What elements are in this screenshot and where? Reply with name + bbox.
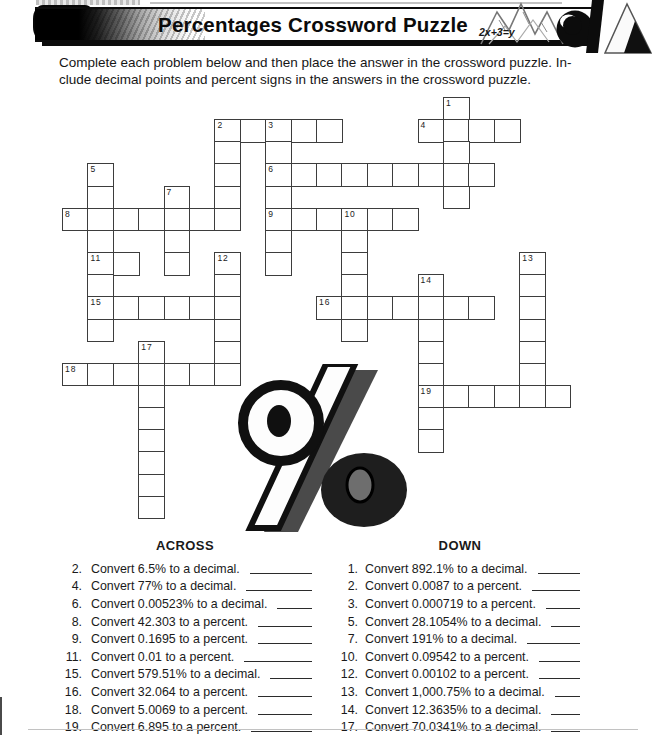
across-section: ACROSS 2.Convert 6.5% to a decimal.4.Con… xyxy=(58,538,312,734)
grid-cell[interactable] xyxy=(367,296,394,320)
grid-cell[interactable] xyxy=(138,496,165,520)
clue-text: Convert 32.064 to a percent. xyxy=(91,685,248,699)
clue-text: Convert 892.1% to a decimal. xyxy=(365,562,528,576)
across-clue-2: 2.Convert 6.5% to a decimal. xyxy=(58,558,312,576)
grid-cell[interactable] xyxy=(138,208,165,232)
clue-text: Convert 0.09542 to a percent. xyxy=(365,650,529,664)
grid-cell[interactable] xyxy=(341,296,368,320)
clue-number: 7. xyxy=(340,632,358,646)
grid-cell[interactable] xyxy=(189,296,216,320)
down-clue-17: 17.Convert 70.0341% to a decimal. xyxy=(340,717,580,735)
grid-cell[interactable] xyxy=(341,252,368,276)
grid-cell[interactable] xyxy=(214,141,241,165)
grid-cell[interactable]: 5 xyxy=(87,163,114,187)
across-clue-6: 6.Convert 0.00523% to a decimal. xyxy=(58,593,312,611)
grid-cell[interactable] xyxy=(189,208,216,232)
grid-cell[interactable]: 14 xyxy=(418,274,445,298)
grid-cell[interactable]: 1 xyxy=(443,97,470,121)
grid-cell[interactable] xyxy=(164,363,191,387)
grid-cell[interactable] xyxy=(443,296,470,320)
clue-number: 14. xyxy=(340,703,358,717)
grid-cell[interactable] xyxy=(418,363,445,387)
answer-blank[interactable] xyxy=(258,626,312,627)
answer-blank[interactable] xyxy=(555,696,580,697)
grid-cell[interactable] xyxy=(443,119,470,143)
grid-cell[interactable]: 8 xyxy=(62,208,89,232)
grid-cell[interactable] xyxy=(87,319,114,343)
grid-cell[interactable] xyxy=(316,163,343,187)
grid-cell[interactable] xyxy=(519,341,546,365)
grid-cell[interactable] xyxy=(418,407,445,431)
clue-number: 16. xyxy=(58,685,82,699)
grid-cell[interactable] xyxy=(468,385,495,409)
answer-blank[interactable] xyxy=(246,590,312,591)
across-clue-4: 4.Convert 77% to a decimal. xyxy=(58,576,312,594)
across-clue-15: 15.Convert 579.51% to a decimal. xyxy=(58,664,312,682)
cell-number-label: 13 xyxy=(522,253,533,263)
grid-cell[interactable] xyxy=(87,208,114,232)
clue-text: Convert 0.01 to a percent. xyxy=(91,650,234,664)
across-clue-16: 16.Convert 32.064 to a percent. xyxy=(58,681,312,699)
across-clue-19: 19.Convert 6.895 to a percent. xyxy=(58,717,312,735)
clue-number: 12. xyxy=(340,667,358,681)
grid-cell[interactable]: 6 xyxy=(265,163,292,187)
clue-number: 5. xyxy=(340,615,358,629)
grid-cell[interactable] xyxy=(418,163,445,187)
cell-number-label: 2 xyxy=(217,120,223,130)
grid-cell[interactable] xyxy=(418,319,445,343)
clue-text: Convert 0.000719 to a percent. xyxy=(365,597,536,611)
math-mountains-logo: 2x+3=y xyxy=(477,0,652,54)
cell-number-label: 10 xyxy=(344,209,355,219)
down-clue-12: 12.Convert 0.00102 to a percent. xyxy=(340,664,580,682)
grid-cell[interactable] xyxy=(164,208,191,232)
scan-edge-bottom xyxy=(28,729,638,730)
grid-cell[interactable] xyxy=(214,363,241,387)
grid-cell[interactable] xyxy=(138,429,165,453)
answer-blank[interactable] xyxy=(258,643,312,644)
scan-edge-left xyxy=(0,697,2,735)
grid-cell[interactable] xyxy=(341,319,368,343)
crossword-grid: 12345678910111213141516171819 xyxy=(62,97,570,518)
clue-number: 8. xyxy=(58,615,82,629)
grid-cell[interactable] xyxy=(341,274,368,298)
grid-cell[interactable]: 19 xyxy=(418,385,445,409)
grid-cell[interactable] xyxy=(494,385,521,409)
clue-number: 15. xyxy=(58,667,82,681)
grid-cell[interactable] xyxy=(87,274,114,298)
grid-cell[interactable] xyxy=(214,341,241,365)
grid-cell[interactable] xyxy=(87,363,114,387)
down-clue-5: 5.Convert 28.1054% to a decimal. xyxy=(340,611,580,629)
cell-number-label: 18 xyxy=(65,364,76,374)
grid-cell[interactable]: 3 xyxy=(265,119,292,143)
clue-text: Convert 6.5% to a decimal. xyxy=(91,562,240,576)
grid-cell[interactable] xyxy=(265,141,292,165)
grid-cell[interactable] xyxy=(341,230,368,254)
clue-number: 2. xyxy=(58,562,82,576)
grid-cell[interactable] xyxy=(519,319,546,343)
grid-cell[interactable] xyxy=(113,252,140,276)
cell-number-label: 6 xyxy=(268,164,274,174)
clue-number: 19. xyxy=(58,720,82,734)
grid-cell[interactable]: 11 xyxy=(87,252,114,276)
grid-cell[interactable] xyxy=(291,119,318,143)
clue-text: Convert 1,000.75% to a decimal. xyxy=(365,685,545,699)
grid-cell[interactable] xyxy=(138,296,165,320)
worksheet-page: Percentages Crossword Puzzle 2x+3=y Comp… xyxy=(0,0,652,735)
grid-cell[interactable] xyxy=(519,274,546,298)
down-clue-7: 7.Convert 191% to a decimal. xyxy=(340,629,580,647)
clue-number: 13. xyxy=(340,685,358,699)
across-clue-8: 8.Convert 42.303 to a percent. xyxy=(58,611,312,629)
down-clue-list: 1.Convert 892.1% to a decimal.2.Convert … xyxy=(340,558,580,734)
logo-equation: 2x+3=y xyxy=(478,26,516,38)
grid-cell[interactable]: 9 xyxy=(265,208,292,232)
clue-number: 9. xyxy=(58,632,82,646)
grid-cell[interactable] xyxy=(443,186,470,210)
grid-cell[interactable] xyxy=(214,319,241,343)
cell-number-label: 1 xyxy=(446,98,452,108)
answer-blank[interactable] xyxy=(551,626,580,627)
grid-cell[interactable] xyxy=(189,363,216,387)
down-clue-10: 10.Convert 0.09542 to a percent. xyxy=(340,646,580,664)
grid-cell[interactable] xyxy=(138,385,165,409)
instructions-text: Complete each problem below and then pla… xyxy=(59,54,601,88)
clue-number: 4. xyxy=(58,579,82,593)
clue-text: Convert 5.0069 to a percent. xyxy=(91,703,248,717)
grid-cell[interactable] xyxy=(519,385,546,409)
grid-cell[interactable] xyxy=(214,186,241,210)
grid-cell[interactable] xyxy=(341,163,368,187)
clue-text: Convert 0.1695 to a percent. xyxy=(91,632,248,646)
answer-blank[interactable] xyxy=(527,643,580,644)
cell-number-label: 17 xyxy=(141,342,152,352)
grid-cell[interactable]: 16 xyxy=(316,296,343,320)
down-clue-1: 1.Convert 892.1% to a decimal. xyxy=(340,558,580,576)
moon-shadow-icon xyxy=(563,16,582,35)
answer-blank[interactable] xyxy=(244,661,312,662)
grid-cell[interactable] xyxy=(545,385,572,409)
clue-text: Convert 42.303 to a percent. xyxy=(91,615,248,629)
grid-cell[interactable] xyxy=(164,230,191,254)
down-section: DOWN 1.Convert 892.1% to a decimal.2.Con… xyxy=(340,538,580,734)
answer-blank[interactable] xyxy=(250,573,312,574)
answer-blank[interactable] xyxy=(539,678,580,679)
answer-blank[interactable] xyxy=(538,573,580,574)
cell-number-label: 12 xyxy=(217,253,228,263)
cell-number-label: 5 xyxy=(90,164,96,174)
clue-number: 3. xyxy=(340,597,358,611)
answer-blank[interactable] xyxy=(251,731,312,732)
grid-cell[interactable] xyxy=(214,163,241,187)
grid-cell[interactable] xyxy=(113,296,140,320)
clue-number: 17. xyxy=(340,720,358,734)
grid-cell[interactable] xyxy=(468,296,495,320)
cell-number-label: 8 xyxy=(65,209,71,219)
cell-number-label: 11 xyxy=(90,253,101,263)
cell-number-label: 14 xyxy=(421,275,432,285)
grid-cell[interactable] xyxy=(113,208,140,232)
clue-number: 6. xyxy=(58,597,82,611)
grid-cell[interactable] xyxy=(443,163,470,187)
down-clue-3: 3.Convert 0.000719 to a percent. xyxy=(340,593,580,611)
cell-number-label: 19 xyxy=(421,386,432,396)
cell-number-label: 7 xyxy=(167,187,173,197)
grid-cell[interactable] xyxy=(519,296,546,320)
grid-cell[interactable]: 17 xyxy=(138,341,165,365)
grid-cell[interactable] xyxy=(316,208,343,232)
grid-cell[interactable] xyxy=(87,186,114,210)
grid-cell[interactable] xyxy=(214,296,241,320)
grid-cell[interactable]: 7 xyxy=(164,186,191,210)
mountain-ridge-icon xyxy=(481,4,563,44)
across-clue-9: 9.Convert 0.1695 to a percent. xyxy=(58,629,312,647)
grid-cell[interactable] xyxy=(138,363,165,387)
grid-cell[interactable] xyxy=(418,296,445,320)
clue-text: Convert 0.00102 to a percent. xyxy=(365,667,529,681)
grid-cell[interactable] xyxy=(291,163,318,187)
cell-number-label: 15 xyxy=(90,297,101,307)
clue-number: 1. xyxy=(340,562,358,576)
clue-text: Convert 0.0087 to a percent. xyxy=(365,579,522,593)
clue-text: Convert 6.895 to a percent. xyxy=(91,720,241,734)
grid-cell[interactable] xyxy=(468,163,495,187)
grid-cell[interactable] xyxy=(418,341,445,365)
grid-cell[interactable] xyxy=(392,163,419,187)
grid-cell[interactable] xyxy=(164,296,191,320)
grid-cell[interactable] xyxy=(367,208,394,232)
grid-cell[interactable]: 10 xyxy=(341,208,368,232)
across-clue-18: 18.Convert 5.0069 to a percent. xyxy=(58,699,312,717)
grid-cell[interactable]: 15 xyxy=(87,296,114,320)
clue-number: 18. xyxy=(58,703,82,717)
down-heading: DOWN xyxy=(340,538,580,554)
grid-cell[interactable]: 12 xyxy=(214,252,241,276)
grid-cell[interactable] xyxy=(164,252,191,276)
grid-cell[interactable] xyxy=(519,363,546,387)
answer-blank[interactable] xyxy=(539,661,580,662)
across-clue-list: 2.Convert 6.5% to a decimal.4.Convert 77… xyxy=(58,558,312,734)
answer-blank[interactable] xyxy=(532,590,580,591)
page-title: Percentages Crossword Puzzle xyxy=(158,13,468,37)
answer-blank[interactable] xyxy=(546,608,580,609)
answer-blank[interactable] xyxy=(551,731,580,732)
cell-number-label: 3 xyxy=(268,120,274,130)
across-clue-11: 11.Convert 0.01 to a percent. xyxy=(58,646,312,664)
clue-number: 10. xyxy=(340,650,358,664)
grid-cell[interactable] xyxy=(265,252,292,276)
grid-cell[interactable] xyxy=(443,385,470,409)
answer-blank[interactable] xyxy=(258,696,312,697)
answer-blank[interactable] xyxy=(551,714,580,715)
grid-cell[interactable] xyxy=(265,230,292,254)
answer-blank[interactable] xyxy=(277,608,312,609)
grid-cell[interactable] xyxy=(418,429,445,453)
grid-cell[interactable] xyxy=(138,474,165,498)
clue-text: Convert 191% to a decimal. xyxy=(365,632,517,646)
down-clue-2: 2.Convert 0.0087 to a percent. xyxy=(340,576,580,594)
grid-cell[interactable] xyxy=(138,451,165,475)
cell-number-label: 16 xyxy=(319,297,330,307)
grid-cell[interactable] xyxy=(468,119,495,143)
down-clue-13: 13.Convert 1,000.75% to a decimal. xyxy=(340,681,580,699)
grid-cell[interactable] xyxy=(138,407,165,431)
clue-number: 2. xyxy=(340,579,358,593)
across-heading: ACROSS xyxy=(58,538,312,554)
grid-cell[interactable] xyxy=(367,163,394,187)
clue-text: Convert 28.1054% to a decimal. xyxy=(365,615,541,629)
grid-cell[interactable]: 13 xyxy=(519,252,546,276)
grid-cell[interactable]: 2 xyxy=(214,119,241,143)
cell-number-label: 4 xyxy=(421,120,427,130)
clue-text: Convert 77% to a decimal. xyxy=(91,579,236,593)
grid-cell[interactable] xyxy=(291,208,318,232)
grid-cell[interactable] xyxy=(214,274,241,298)
down-clue-14: 14.Convert 12.3635% to a decimal. xyxy=(340,699,580,717)
clue-number: 11. xyxy=(58,650,82,664)
grid-cell[interactable] xyxy=(392,208,419,232)
grid-cell[interactable] xyxy=(316,119,343,143)
cell-number-label: 9 xyxy=(268,209,274,219)
grid-cell[interactable] xyxy=(214,208,241,232)
clue-text: Convert 12.3635% to a decimal. xyxy=(365,703,541,717)
grid-cell[interactable] xyxy=(265,186,292,210)
grid-cell[interactable] xyxy=(87,230,114,254)
grid-cell[interactable] xyxy=(392,296,419,320)
grid-cell[interactable] xyxy=(494,119,521,143)
answer-blank[interactable] xyxy=(270,678,312,679)
clue-text: Convert 579.51% to a decimal. xyxy=(91,667,260,681)
grid-cell[interactable] xyxy=(113,363,140,387)
clue-text: Convert 0.00523% to a decimal. xyxy=(91,597,267,611)
grid-cell[interactable]: 4 xyxy=(418,119,445,143)
grid-cell[interactable] xyxy=(240,119,267,143)
grid-cell[interactable] xyxy=(443,141,470,165)
grid-cell[interactable]: 18 xyxy=(62,363,89,387)
answer-blank[interactable] xyxy=(258,714,312,715)
clue-text: Convert 70.0341% to a decimal. xyxy=(365,720,541,734)
